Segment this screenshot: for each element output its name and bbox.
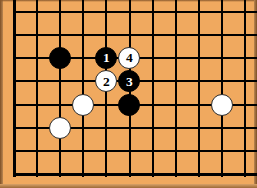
stone-white bbox=[211, 94, 233, 116]
stone-white-move-2: 2 bbox=[95, 70, 117, 92]
stone-black-move-1: 1 bbox=[95, 47, 117, 69]
stone-black bbox=[118, 94, 140, 116]
stone-black-move-3: 3 bbox=[118, 70, 140, 92]
stone-white bbox=[72, 94, 94, 116]
go-board-diagram: 1423 bbox=[0, 0, 257, 188]
stone-white-move-4: 4 bbox=[118, 47, 140, 69]
board-stones-grid: 1423 bbox=[2, 0, 256, 186]
stone-black bbox=[49, 47, 71, 69]
stone-white bbox=[49, 117, 71, 139]
